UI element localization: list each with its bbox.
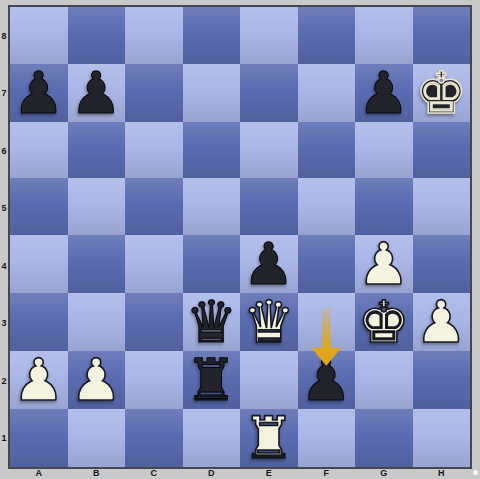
rank-label-7: 7 bbox=[0, 65, 8, 123]
square-g2[interactable] bbox=[355, 351, 413, 409]
square-g3[interactable]: ♚ bbox=[355, 293, 413, 351]
square-g8[interactable] bbox=[355, 7, 413, 64]
square-c2[interactable] bbox=[125, 351, 183, 409]
square-c1[interactable] bbox=[125, 409, 183, 467]
file-label-a: A bbox=[10, 468, 68, 479]
square-g6[interactable] bbox=[355, 122, 413, 179]
square-f4[interactable] bbox=[298, 235, 356, 293]
square-d2[interactable]: ♜ bbox=[183, 351, 241, 409]
rank-label-1: 1 bbox=[0, 410, 8, 468]
square-a4[interactable] bbox=[10, 235, 68, 293]
square-f1[interactable] bbox=[298, 409, 356, 467]
square-e8[interactable] bbox=[240, 7, 298, 64]
square-e1[interactable]: ♜ bbox=[240, 409, 298, 467]
square-g5[interactable] bbox=[355, 178, 413, 235]
square-f5[interactable] bbox=[298, 178, 356, 235]
piece-black-pawn[interactable]: ♟ bbox=[300, 351, 352, 409]
square-a6[interactable] bbox=[10, 122, 68, 179]
square-b4[interactable] bbox=[68, 235, 126, 293]
square-h7[interactable]: ♚ bbox=[413, 64, 471, 122]
square-c3[interactable] bbox=[125, 293, 183, 351]
square-f6[interactable] bbox=[298, 122, 356, 179]
piece-white-pawn[interactable]: ♟ bbox=[13, 351, 65, 409]
square-b6[interactable] bbox=[68, 122, 126, 179]
square-g4[interactable]: ♟ bbox=[355, 235, 413, 293]
piece-black-king[interactable]: ♚ bbox=[415, 64, 467, 122]
square-h1[interactable] bbox=[413, 409, 471, 467]
square-e3[interactable]: ♛ bbox=[240, 293, 298, 351]
square-b1[interactable] bbox=[68, 409, 126, 467]
piece-black-queen[interactable]: ♛ bbox=[185, 293, 237, 351]
piece-black-pawn[interactable]: ♟ bbox=[70, 64, 122, 122]
square-b7[interactable]: ♟ bbox=[68, 64, 126, 122]
piece-white-queen[interactable]: ♛ bbox=[243, 293, 295, 351]
rank-label-6: 6 bbox=[0, 122, 8, 180]
square-a1[interactable] bbox=[10, 409, 68, 467]
piece-white-king[interactable]: ♚ bbox=[358, 293, 410, 351]
square-h5[interactable] bbox=[413, 178, 471, 235]
square-f2[interactable]: ♟ bbox=[298, 351, 356, 409]
square-g1[interactable] bbox=[355, 409, 413, 467]
square-f3[interactable] bbox=[298, 293, 356, 351]
square-a3[interactable] bbox=[10, 293, 68, 351]
piece-black-pawn[interactable]: ♟ bbox=[243, 235, 295, 293]
square-f7[interactable] bbox=[298, 64, 356, 122]
square-e5[interactable] bbox=[240, 178, 298, 235]
square-b2[interactable]: ♟ bbox=[68, 351, 126, 409]
piece-black-rook[interactable]: ♜ bbox=[185, 351, 237, 409]
rank-label-8: 8 bbox=[0, 7, 8, 65]
corner-dot bbox=[473, 470, 478, 475]
file-label-d: D bbox=[183, 468, 241, 479]
square-e7[interactable] bbox=[240, 64, 298, 122]
piece-white-rook[interactable]: ♜ bbox=[243, 409, 295, 467]
file-label-h: H bbox=[413, 468, 471, 479]
piece-white-pawn[interactable]: ♟ bbox=[358, 235, 410, 293]
square-d4[interactable] bbox=[183, 235, 241, 293]
square-h2[interactable] bbox=[413, 351, 471, 409]
square-e6[interactable] bbox=[240, 122, 298, 179]
file-label-c: C bbox=[125, 468, 183, 479]
square-e2[interactable] bbox=[240, 351, 298, 409]
piece-white-pawn[interactable]: ♟ bbox=[415, 293, 467, 351]
square-c5[interactable] bbox=[125, 178, 183, 235]
square-c6[interactable] bbox=[125, 122, 183, 179]
rank-label-2: 2 bbox=[0, 352, 8, 410]
file-label-f: F bbox=[298, 468, 356, 479]
rank-label-3: 3 bbox=[0, 295, 8, 353]
file-label-b: B bbox=[68, 468, 126, 479]
square-h3[interactable]: ♟ bbox=[413, 293, 471, 351]
rank-label-4: 4 bbox=[0, 237, 8, 295]
chess-app-window: ♟♟♟♚♟♟♛♛♚♟♟♟♜♟♜ 87654321ABCDEFGH bbox=[0, 0, 480, 479]
square-e4[interactable]: ♟ bbox=[240, 235, 298, 293]
square-d6[interactable] bbox=[183, 122, 241, 179]
square-b3[interactable] bbox=[68, 293, 126, 351]
square-f8[interactable] bbox=[298, 7, 356, 64]
square-c7[interactable] bbox=[125, 64, 183, 122]
square-b8[interactable] bbox=[68, 7, 126, 64]
chess-board: ♟♟♟♚♟♟♛♛♚♟♟♟♜♟♜ bbox=[8, 5, 472, 469]
square-d5[interactable] bbox=[183, 178, 241, 235]
square-h8[interactable] bbox=[413, 7, 471, 64]
square-a5[interactable] bbox=[10, 178, 68, 235]
square-a2[interactable]: ♟ bbox=[10, 351, 68, 409]
square-b5[interactable] bbox=[68, 178, 126, 235]
square-d3[interactable]: ♛ bbox=[183, 293, 241, 351]
square-d7[interactable] bbox=[183, 64, 241, 122]
square-a8[interactable] bbox=[10, 7, 68, 64]
square-d8[interactable] bbox=[183, 7, 241, 64]
piece-black-pawn[interactable]: ♟ bbox=[358, 64, 410, 122]
piece-black-pawn[interactable]: ♟ bbox=[13, 64, 65, 122]
piece-white-pawn[interactable]: ♟ bbox=[70, 351, 122, 409]
square-a7[interactable]: ♟ bbox=[10, 64, 68, 122]
file-label-g: G bbox=[355, 468, 413, 479]
square-h6[interactable] bbox=[413, 122, 471, 179]
square-d1[interactable] bbox=[183, 409, 241, 467]
square-c4[interactable] bbox=[125, 235, 183, 293]
rank-label-5: 5 bbox=[0, 180, 8, 238]
square-c8[interactable] bbox=[125, 7, 183, 64]
file-label-e: E bbox=[240, 468, 298, 479]
square-g7[interactable]: ♟ bbox=[355, 64, 413, 122]
square-h4[interactable] bbox=[413, 235, 471, 293]
